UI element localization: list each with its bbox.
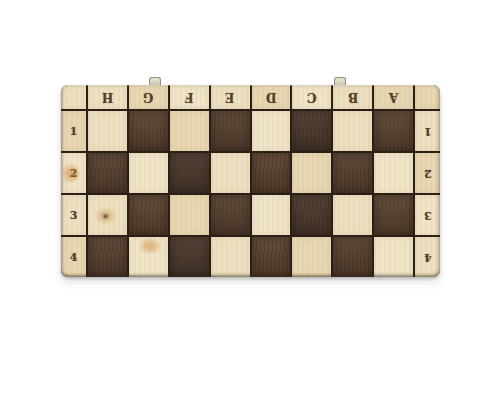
square-h2[interactable] [88, 153, 127, 193]
square-d1[interactable] [252, 111, 291, 151]
square-b3[interactable] [333, 195, 372, 235]
square-f3[interactable] [170, 195, 209, 235]
file-letter: D [266, 90, 276, 104]
rank-number-left: 1 [70, 125, 78, 138]
file-letter: E [225, 90, 234, 104]
rank-cell-right-1: 1 [415, 111, 440, 151]
rank-cell-left-3: 3 [61, 195, 86, 235]
file-label-g: G [129, 85, 168, 109]
file-label-h: H [88, 85, 127, 109]
square-b4[interactable] [333, 237, 372, 277]
square-c1[interactable] [292, 111, 331, 151]
file-letter: C [307, 90, 317, 104]
rank-number-left: 2 [70, 167, 78, 180]
file-letter: G [143, 90, 153, 104]
square-g2[interactable] [129, 153, 168, 193]
rank-number-left: 4 [70, 251, 78, 264]
file-label-f: F [170, 85, 209, 109]
square-e1[interactable] [211, 111, 250, 151]
square-a2[interactable] [374, 153, 413, 193]
file-letter: H [102, 90, 113, 104]
rank-cell-right-4: 4 [415, 237, 440, 277]
rank-number-right: 3 [424, 209, 432, 222]
file-label-c: C [292, 85, 331, 109]
file-label-d: D [252, 85, 291, 109]
square-a1[interactable] [374, 111, 413, 151]
square-c2[interactable] [292, 153, 331, 193]
square-b2[interactable] [333, 153, 372, 193]
file-label-e: E [211, 85, 250, 109]
square-f4[interactable] [170, 237, 209, 277]
file-label-a: A [374, 85, 413, 109]
rank-cell-left-4: 4 [61, 237, 86, 277]
square-b1[interactable] [333, 111, 372, 151]
file-letter: A [389, 90, 398, 104]
square-h3[interactable] [88, 195, 127, 235]
square-h4[interactable] [88, 237, 127, 277]
rank-number-right: 1 [424, 125, 432, 138]
photo-canvas: HGFEDCBA11223344 [0, 0, 500, 400]
file-letter: B [348, 90, 358, 104]
square-c3[interactable] [292, 195, 331, 235]
square-d4[interactable] [252, 237, 291, 277]
rank-number-right: 2 [424, 167, 432, 180]
rank-cell-right-3: 3 [415, 195, 440, 235]
square-c4[interactable] [292, 237, 331, 277]
square-d2[interactable] [252, 153, 291, 193]
rank-cell-left-2: 2 [61, 153, 86, 193]
file-letter: F [185, 90, 194, 104]
corner-cell-top-right [415, 85, 440, 109]
file-label-b: B [333, 85, 372, 109]
square-a4[interactable] [374, 237, 413, 277]
rank-number-right: 4 [424, 251, 432, 264]
square-g3[interactable] [129, 195, 168, 235]
rank-cell-left-1: 1 [61, 111, 86, 151]
square-d3[interactable] [252, 195, 291, 235]
square-e3[interactable] [211, 195, 250, 235]
rank-cell-right-2: 2 [415, 153, 440, 193]
square-f2[interactable] [170, 153, 209, 193]
square-e2[interactable] [211, 153, 250, 193]
square-h1[interactable] [88, 111, 127, 151]
rank-number-left: 3 [70, 209, 78, 222]
square-a3[interactable] [374, 195, 413, 235]
square-e4[interactable] [211, 237, 250, 277]
corner-cell-top-left [61, 85, 86, 109]
chess-board: HGFEDCBA11223344 [61, 85, 440, 277]
square-f1[interactable] [170, 111, 209, 151]
square-g4[interactable] [129, 237, 168, 277]
square-g1[interactable] [129, 111, 168, 151]
